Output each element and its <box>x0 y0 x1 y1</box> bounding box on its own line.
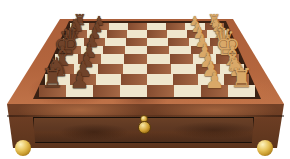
piece-black-rook-h8[interactable]: ♜ <box>41 66 64 92</box>
piece-white-pawn-h2[interactable]: ♟ <box>205 70 225 92</box>
piece-black-pawn-h7[interactable]: ♟ <box>70 70 90 92</box>
chess-set-photo: ♜♞♝♛♚♝♞♜♟♟♟♟♟♟♟♟♟♟♟♟♟♟♟♟♜♞♝♛♚♝♞♜ <box>0 0 290 159</box>
pieces-layer: ♜♞♝♛♚♝♞♜♟♟♟♟♟♟♟♟♟♟♟♟♟♟♟♟♜♞♝♛♚♝♞♜ <box>0 0 290 159</box>
piece-white-rook-h1[interactable]: ♜ <box>230 66 253 92</box>
